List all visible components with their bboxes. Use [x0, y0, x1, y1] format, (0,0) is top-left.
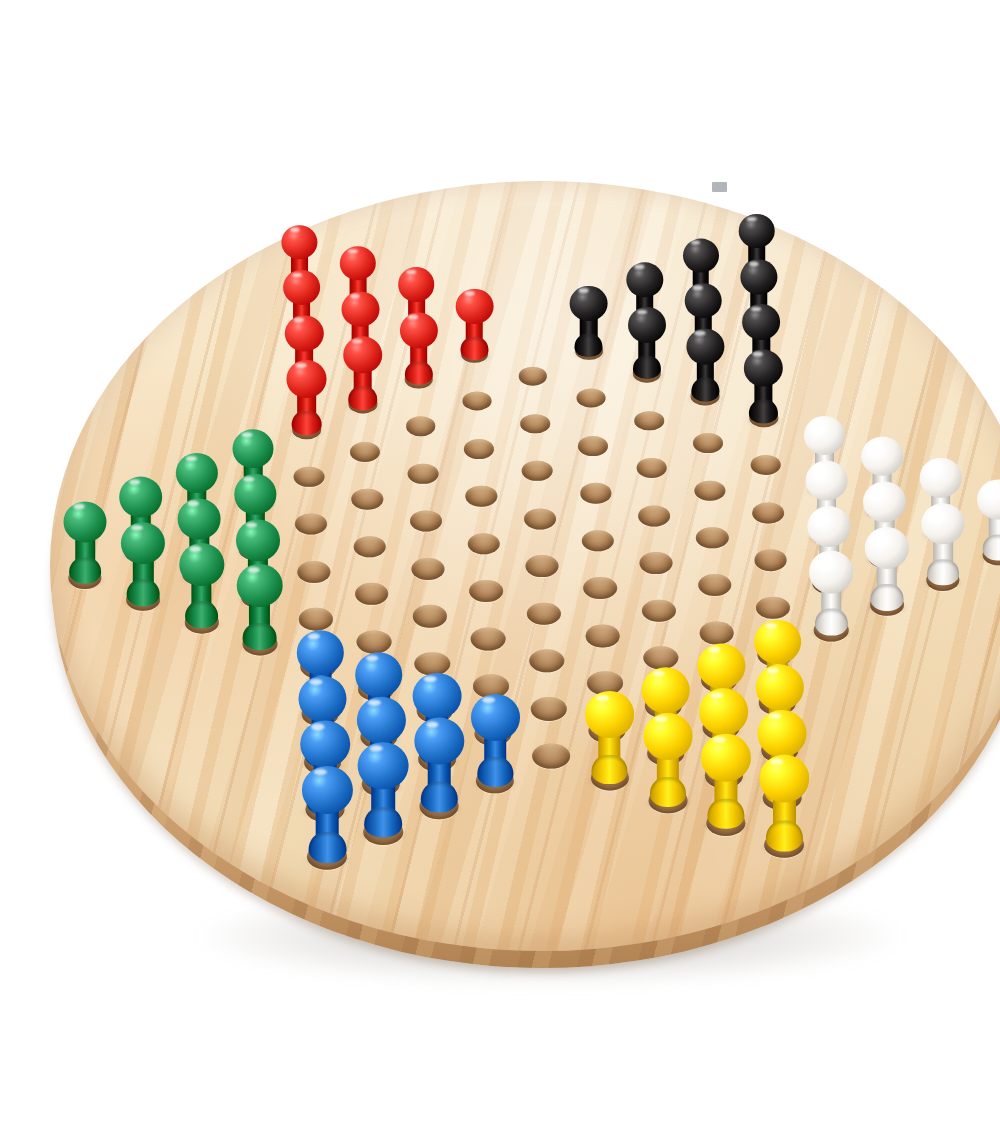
peg-highlight [767, 668, 780, 674]
peg-ball [456, 289, 493, 325]
peg-ball [698, 644, 746, 689]
board-hole[interactable] [584, 577, 618, 599]
board-hole[interactable] [406, 417, 436, 437]
peg-ball [284, 270, 321, 305]
peg-ball [683, 238, 719, 272]
board-hole[interactable] [698, 574, 732, 596]
peg-blue[interactable] [302, 766, 353, 863]
peg-highlight [131, 525, 142, 530]
peg-white[interactable] [865, 527, 909, 611]
board-hole[interactable] [756, 596, 790, 619]
peg-highlight [246, 522, 257, 527]
board-hole[interactable] [527, 602, 561, 625]
peg-highlight [310, 679, 323, 685]
peg-ball [399, 313, 437, 349]
board-hole[interactable] [295, 514, 327, 535]
peg-highlight [290, 227, 299, 231]
peg-ball [356, 697, 405, 744]
board-hole[interactable] [640, 552, 673, 574]
peg-highlight [242, 432, 253, 437]
peg-highlight [753, 352, 763, 357]
board-hole[interactable] [751, 455, 782, 475]
board-hole[interactable] [469, 580, 503, 602]
peg-red[interactable] [287, 360, 327, 435]
board-hole[interactable] [357, 630, 392, 653]
board-hole[interactable] [694, 480, 725, 501]
board-hole[interactable] [350, 442, 380, 462]
board-hole[interactable] [519, 367, 547, 386]
board-hole[interactable] [410, 511, 442, 532]
board-hole[interactable] [531, 696, 568, 720]
peg-ball [343, 336, 382, 373]
peg-base [461, 337, 489, 360]
peg-ball [643, 713, 693, 760]
peg-base [404, 362, 432, 385]
peg-highlight [188, 501, 199, 506]
peg-highlight [424, 676, 437, 682]
peg-base [814, 609, 847, 636]
peg-highlight [73, 504, 84, 509]
board-hole[interactable] [585, 624, 620, 647]
peg-highlight [308, 634, 320, 640]
peg-base [707, 798, 744, 828]
peg-highlight [749, 262, 759, 267]
board-hole[interactable] [293, 467, 324, 487]
board-hole[interactable] [643, 646, 678, 669]
peg-base [185, 601, 218, 628]
peg-ball [978, 479, 1000, 520]
board-hole[interactable] [754, 549, 787, 571]
peg-highlight [695, 331, 705, 336]
peg-highlight [693, 286, 703, 291]
peg-highlight [712, 737, 725, 743]
peg-base [292, 411, 321, 435]
peg-ball [237, 564, 282, 607]
peg-ball [121, 522, 165, 564]
board-hole[interactable] [638, 505, 670, 526]
peg-yellow[interactable] [759, 755, 810, 851]
peg-highlight [987, 482, 998, 487]
peg-highlight [352, 339, 362, 344]
chinese-checkers-board [50, 181, 1000, 951]
peg-black[interactable] [744, 349, 783, 423]
peg-blue[interactable] [471, 694, 520, 787]
board-hole[interactable] [353, 536, 386, 558]
peg-ball [920, 458, 962, 498]
peg-highlight [314, 769, 327, 775]
peg-black[interactable] [686, 328, 725, 401]
peg-base [308, 832, 346, 863]
peg-ball [626, 262, 663, 297]
peg-highlight [765, 623, 777, 629]
peg-highlight [751, 307, 761, 312]
board-hole[interactable] [693, 433, 723, 453]
peg-white[interactable] [978, 479, 1000, 561]
peg-ball [756, 665, 804, 711]
peg-highlight [596, 695, 609, 701]
peg-black[interactable] [628, 307, 666, 379]
peg-ball [355, 652, 403, 697]
board-hole[interactable] [411, 558, 444, 580]
peg-highlight [875, 530, 886, 535]
board-hole[interactable] [297, 561, 330, 583]
peg-ball [297, 631, 344, 676]
peg-highlight [366, 655, 378, 661]
peg-red[interactable] [456, 289, 493, 360]
peg-base [365, 807, 402, 838]
peg-base [127, 579, 160, 606]
board-hole[interactable] [636, 458, 667, 478]
peg-ball [585, 691, 634, 738]
peg-highlight [637, 310, 647, 315]
peg-ball [754, 620, 801, 665]
peg-ball [298, 676, 347, 722]
board-hole[interactable] [696, 527, 728, 548]
peg-ball [739, 214, 774, 248]
peg-highlight [817, 509, 828, 514]
peg-base [871, 584, 904, 611]
peg-yellow[interactable] [585, 691, 634, 784]
peg-highlight [813, 418, 824, 423]
peg-highlight [819, 554, 831, 560]
board-hole[interactable] [467, 533, 500, 554]
peg-base [983, 534, 1000, 560]
board-hole[interactable] [578, 436, 608, 456]
peg-highlight [929, 461, 940, 466]
board-hole[interactable] [462, 392, 491, 411]
peg-ball [234, 474, 277, 515]
board-hole[interactable] [529, 649, 564, 672]
board-hole[interactable] [526, 555, 559, 577]
peg-ball [471, 694, 520, 741]
peg-ball [178, 498, 221, 539]
peg-highlight [312, 724, 325, 730]
peg-blue[interactable] [358, 742, 408, 838]
peg-ball [570, 286, 607, 322]
peg-ball [744, 349, 783, 386]
peg-ball [759, 755, 810, 803]
peg-ball [285, 315, 323, 351]
peg-yellow[interactable] [643, 713, 693, 807]
board-hole[interactable] [577, 389, 606, 408]
peg-base [243, 623, 277, 651]
peg-ball [805, 461, 847, 501]
peg-red[interactable] [399, 313, 437, 385]
peg-highlight [292, 273, 302, 278]
board-hole[interactable] [413, 605, 447, 628]
peg-ball [120, 477, 163, 518]
board-hole[interactable] [351, 489, 382, 510]
peg-ball [232, 429, 274, 468]
peg-base [927, 559, 959, 585]
peg-highlight [408, 315, 418, 320]
peg-highlight [464, 291, 474, 296]
peg-ball [342, 291, 380, 327]
peg-black[interactable] [570, 286, 607, 357]
peg-ball [641, 667, 689, 713]
board-hole[interactable] [471, 627, 506, 650]
peg-ball [628, 307, 666, 343]
peg-highlight [710, 692, 723, 698]
peg-green[interactable] [179, 543, 224, 628]
peg-ball [413, 673, 461, 719]
board-hole[interactable] [532, 744, 570, 769]
peg-highlight [294, 318, 304, 323]
peg-ball [804, 416, 845, 455]
peg-ball [358, 742, 408, 790]
board-hole[interactable] [408, 464, 439, 484]
board-hole[interactable] [641, 599, 675, 622]
peg-highlight [248, 567, 260, 573]
peg-ball [340, 246, 376, 280]
board-hole[interactable] [466, 486, 497, 507]
peg-white[interactable] [809, 551, 854, 636]
peg-ball [684, 283, 721, 318]
photo-artifact [712, 182, 727, 192]
board-hole[interactable] [520, 414, 550, 434]
peg-base [633, 356, 661, 379]
peg-ball [862, 437, 904, 477]
peg-ball [414, 718, 464, 765]
peg-ball [300, 721, 350, 768]
peg-base [575, 334, 603, 357]
peg-base [591, 755, 627, 785]
peg-green[interactable] [237, 564, 282, 650]
board-hole[interactable] [524, 508, 556, 529]
peg-ball [921, 503, 965, 544]
peg-white[interactable] [921, 503, 965, 586]
board-hole[interactable] [580, 483, 611, 504]
peg-highlight [296, 363, 306, 368]
peg-highlight [709, 647, 721, 653]
peg-ball [282, 225, 318, 259]
board-hole[interactable] [464, 439, 494, 459]
peg-red[interactable] [343, 336, 382, 410]
peg-highlight [747, 217, 756, 221]
peg-highlight [482, 697, 495, 703]
peg-highlight [815, 463, 826, 468]
peg-ball [686, 328, 725, 365]
peg-highlight [350, 294, 360, 299]
peg-ball [236, 519, 280, 561]
peg-highlight [370, 745, 383, 751]
board-hole[interactable] [355, 583, 389, 605]
peg-highlight [186, 456, 197, 461]
peg-ball [179, 543, 224, 585]
peg-base [421, 782, 458, 812]
peg-ball [398, 267, 435, 302]
peg-highlight [873, 485, 884, 490]
peg-ball [807, 506, 851, 547]
peg-ball [176, 453, 218, 493]
peg-highlight [190, 546, 202, 552]
peg-ball [757, 710, 807, 757]
peg-highlight [635, 264, 645, 269]
peg-green[interactable] [63, 501, 107, 584]
peg-highlight [129, 480, 140, 485]
peg-base [749, 400, 778, 424]
board-hole[interactable] [582, 530, 614, 551]
peg-green[interactable] [121, 522, 165, 606]
photo-scene: Wooden Chinese checkers board with six s… [40, 16, 1000, 1125]
peg-ball [865, 527, 909, 569]
peg-base [691, 378, 720, 401]
peg-yellow[interactable] [701, 734, 751, 829]
peg-highlight [771, 758, 784, 764]
peg-highlight [244, 477, 255, 482]
peg-ball [287, 360, 327, 398]
peg-ball [809, 551, 854, 594]
peg-highlight [654, 716, 667, 722]
board-hole[interactable] [635, 411, 665, 431]
board-hole[interactable] [752, 502, 784, 523]
peg-base [477, 757, 513, 787]
peg-ball [699, 689, 748, 735]
peg-ball [742, 304, 780, 340]
board-hole[interactable] [522, 461, 553, 481]
peg-base [649, 776, 686, 806]
peg-highlight [368, 700, 381, 706]
peg-highlight [931, 506, 942, 511]
peg-highlight [652, 671, 665, 677]
peg-highlight [426, 721, 439, 727]
peg-ball [741, 259, 778, 294]
peg-highlight [871, 439, 882, 444]
peg-base [348, 387, 377, 411]
peg-ball [701, 734, 751, 782]
peg-base [69, 557, 101, 583]
peg-highlight [769, 713, 782, 719]
peg-base [766, 820, 804, 851]
peg-highlight [406, 270, 416, 275]
board-hole[interactable] [299, 608, 333, 631]
peg-ball [863, 482, 906, 523]
peg-blue[interactable] [414, 718, 464, 812]
peg-highlight [691, 241, 700, 245]
board-hole[interactable] [699, 621, 734, 644]
peg-ball [63, 501, 107, 542]
peg-highlight [348, 249, 357, 253]
peg-highlight [579, 288, 589, 293]
peg-ball [302, 766, 353, 815]
